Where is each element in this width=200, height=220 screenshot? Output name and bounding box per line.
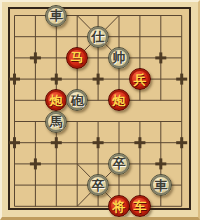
piece-red-chariot[interactable]: 车	[129, 195, 151, 217]
piece-ivory-horse[interactable]: 馬	[45, 111, 67, 133]
piece-glyph: 卒	[92, 179, 105, 192]
piece-glyph: 帅	[113, 51, 126, 64]
piece-ivory-chariot[interactable]: 車	[150, 174, 172, 196]
piece-ivory-advisor[interactable]: 仕	[87, 26, 109, 48]
piece-red-cannon[interactable]: 炮	[108, 89, 130, 111]
piece-glyph: 炮	[113, 94, 126, 107]
piece-glyph: 兵	[133, 73, 146, 86]
xiangqi-board[interactable]: 車仕马帅兵炮砲炮馬卒卒車将车	[2, 2, 198, 217]
piece-red-cannon[interactable]: 炮	[45, 89, 67, 111]
piece-ivory-cannon[interactable]: 砲	[66, 89, 88, 111]
piece-red-general[interactable]: 将	[108, 195, 130, 217]
piece-glyph: 砲	[71, 94, 84, 107]
piece-glyph: 車	[154, 179, 167, 192]
piece-ivory-soldier[interactable]: 卒	[108, 153, 130, 175]
piece-glyph: 马	[71, 51, 84, 64]
piece-red-horse[interactable]: 马	[66, 47, 88, 69]
piece-ivory-chariot[interactable]: 車	[45, 5, 67, 27]
piece-glyph: 炮	[50, 94, 63, 107]
piece-glyph: 馬	[50, 115, 63, 128]
piece-glyph: 仕	[92, 30, 105, 43]
piece-ivory-general[interactable]: 帅	[108, 47, 130, 69]
piece-ivory-soldier[interactable]: 卒	[87, 174, 109, 196]
piece-glyph: 将	[113, 200, 126, 213]
piece-glyph: 卒	[113, 157, 126, 170]
piece-red-soldier[interactable]: 兵	[129, 68, 151, 90]
piece-glyph: 车	[133, 200, 146, 213]
piece-glyph: 車	[50, 9, 63, 22]
xiangqi-app: 車仕马帅兵炮砲炮馬卒卒車将车	[0, 0, 200, 220]
